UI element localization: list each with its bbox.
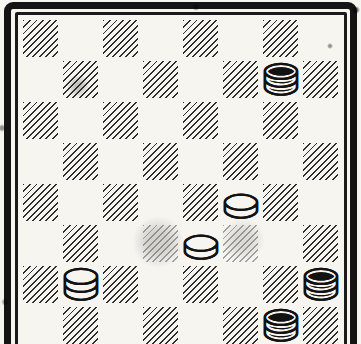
dark-square (61, 60, 101, 101)
dark-square (21, 101, 61, 142)
dark-square (101, 183, 141, 224)
square-10 (141, 101, 181, 142)
square-11 (221, 101, 261, 142)
dark-square (141, 142, 181, 183)
dark-square (221, 60, 261, 101)
newspaper-checkers-diagram: ⛃⛀⛀⛁⛃⛃ (0, 0, 361, 344)
square-14 (101, 142, 141, 183)
piece-black-king-sq8: ⛃ (261, 58, 301, 102)
square-17 (61, 183, 101, 224)
square-22 (101, 224, 141, 265)
square-18 (141, 183, 181, 224)
square-24 (261, 224, 301, 265)
dark-square (181, 265, 221, 306)
square-31 (181, 306, 221, 344)
dark-square (221, 224, 261, 265)
piece-black-king-sq28: ⛃ (301, 263, 341, 307)
square-13 (21, 142, 61, 183)
square-30 (101, 306, 141, 344)
square-20 (301, 183, 341, 224)
piece-white-man-sq19: ⛀ (221, 181, 261, 225)
dark-square (301, 142, 341, 183)
square-9 (61, 101, 101, 142)
dark-square (101, 101, 141, 142)
dark-square (141, 60, 181, 101)
dark-square (141, 224, 181, 265)
square-21 (21, 224, 61, 265)
dark-square (261, 101, 301, 142)
dark-square (181, 101, 221, 142)
square-2 (141, 19, 181, 60)
square-12 (301, 101, 341, 142)
dark-square (61, 142, 101, 183)
square-29 (21, 306, 61, 344)
square-4 (301, 19, 341, 60)
dark-square (261, 183, 301, 224)
piece-white-man-sq23: ⛀ (181, 222, 221, 266)
dark-square (181, 19, 221, 60)
dark-square (221, 306, 261, 344)
checkers-board: ⛃⛀⛀⛁⛃⛃ (21, 19, 341, 344)
piece-black-king-sq32: ⛃ (261, 304, 301, 344)
square-15 (181, 142, 221, 183)
square-6 (101, 60, 141, 101)
dark-square (21, 19, 61, 60)
dark-square (101, 265, 141, 306)
dark-square (21, 183, 61, 224)
square-27 (221, 265, 261, 306)
square-7 (181, 60, 221, 101)
square-3 (221, 19, 261, 60)
square-1 (61, 19, 101, 60)
square-26 (141, 265, 181, 306)
square-5 (21, 60, 61, 101)
piece-white-king-sq25: ⛁ (61, 263, 101, 307)
dark-square (141, 306, 181, 344)
dark-square (101, 19, 141, 60)
dark-square (301, 60, 341, 101)
square-16 (261, 142, 301, 183)
dark-square (21, 265, 61, 306)
